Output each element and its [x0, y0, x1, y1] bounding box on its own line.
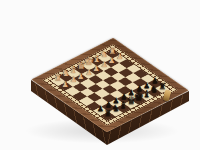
chess-set-photo: ♜♞♟♝♟♛♟♚♟♝♟♞♟♟♜♟♟♜♟♟♞♟♝♟♛♟♚♟♝♟♞♜ — [0, 0, 200, 150]
